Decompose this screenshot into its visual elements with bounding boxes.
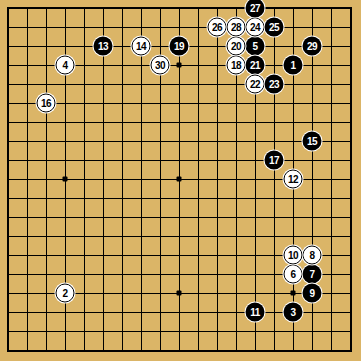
stone-white-16: 16 (37, 94, 56, 113)
stone-white-22: 22 (246, 75, 265, 94)
stone-white-14: 14 (132, 37, 151, 56)
stone-black-25: 25 (265, 18, 284, 37)
stone-black-7: 7 (303, 265, 322, 284)
stone-black-15: 15 (303, 132, 322, 151)
stone-white-24: 24 (246, 18, 265, 37)
stone-white-20: 20 (227, 37, 246, 56)
stone-white-10: 10 (284, 246, 303, 265)
stone-black-5: 5 (246, 37, 265, 56)
stone-white-30: 30 (151, 56, 170, 75)
stone-black-11: 11 (246, 303, 265, 322)
stone-white-28: 28 (227, 18, 246, 37)
stone-white-6: 6 (284, 265, 303, 284)
star-point (177, 63, 182, 68)
star-point (291, 291, 296, 296)
stone-black-29: 29 (303, 37, 322, 56)
stone-white-12: 12 (284, 170, 303, 189)
stone-black-19: 19 (170, 37, 189, 56)
stone-white-2: 2 (56, 284, 75, 303)
stone-white-26: 26 (208, 18, 227, 37)
stone-black-13: 13 (94, 37, 113, 56)
stone-black-23: 23 (265, 75, 284, 94)
stone-white-8: 8 (303, 246, 322, 265)
stone-black-3: 3 (284, 303, 303, 322)
stone-white-18: 18 (227, 56, 246, 75)
star-point (177, 177, 182, 182)
go-board[interactable]: 1234567891011121314151617181920212223242… (0, 0, 361, 361)
stone-black-1: 1 (284, 56, 303, 75)
stone-black-17: 17 (265, 151, 284, 170)
stone-black-9: 9 (303, 284, 322, 303)
stone-black-21: 21 (246, 56, 265, 75)
star-point (63, 177, 68, 182)
stone-white-4: 4 (56, 56, 75, 75)
star-point (177, 291, 182, 296)
